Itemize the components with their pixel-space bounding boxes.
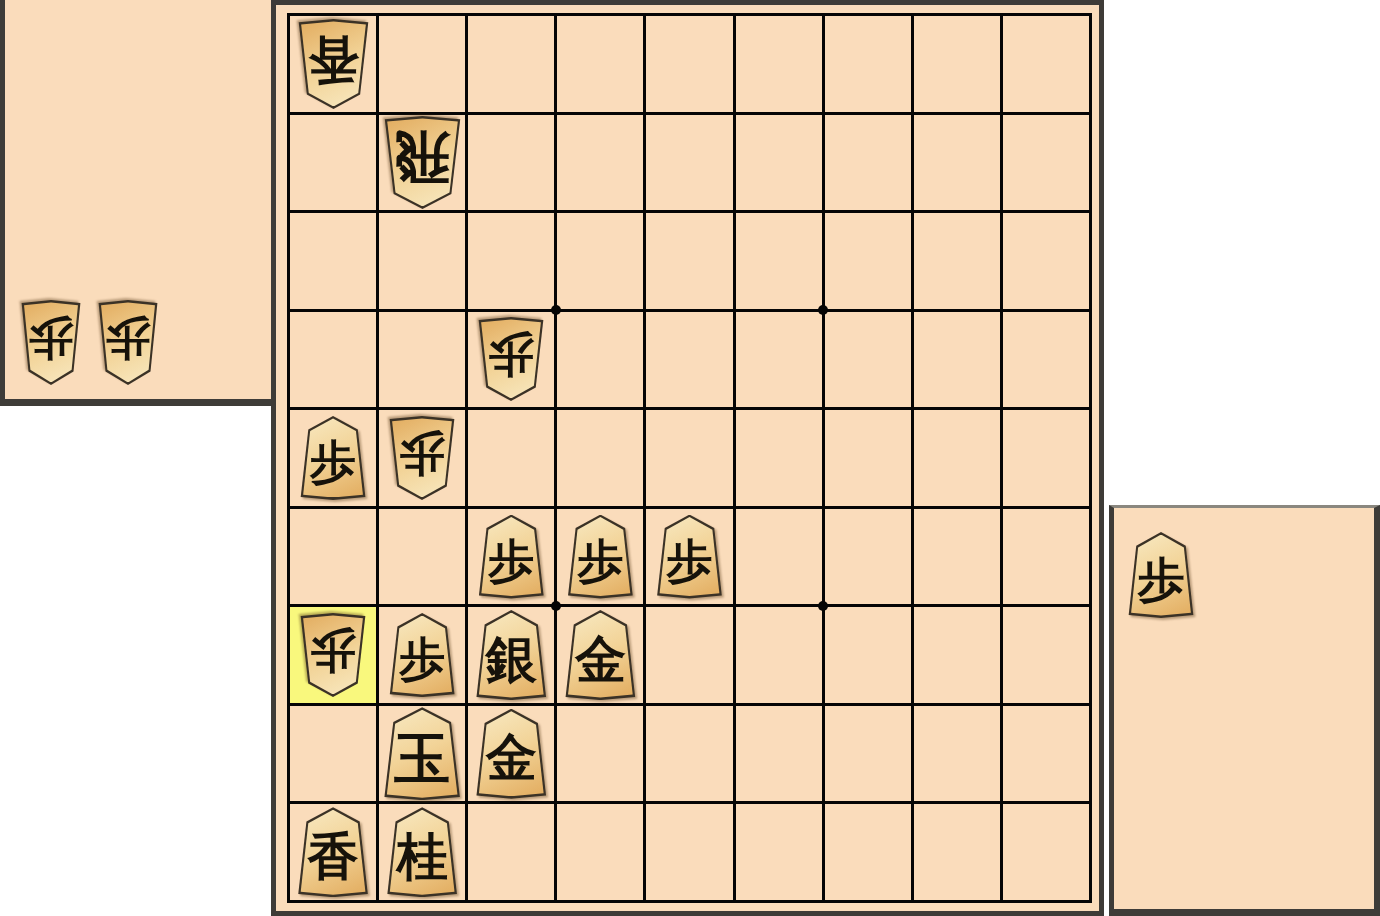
piece-body: 銀 <box>476 610 547 700</box>
piece-body: 桂 <box>387 807 458 897</box>
gote-rook-piece[interactable]: 飛 <box>384 116 461 209</box>
gote-pawn-piece[interactable]: 歩 <box>21 300 81 385</box>
square-6-1[interactable] <box>557 16 643 112</box>
square-9-6[interactable] <box>290 509 376 605</box>
gote-pawn-piece[interactable]: 歩 <box>300 613 366 697</box>
piece-kanji: 金 <box>486 723 537 784</box>
square-8-8[interactable]: 玉 <box>379 706 465 802</box>
square-4-3[interactable] <box>736 213 822 309</box>
square-7-6[interactable]: 歩 <box>468 509 554 605</box>
square-2-3[interactable] <box>914 213 1000 309</box>
piece-body: 飛 <box>384 116 461 209</box>
piece-kanji: 歩 <box>577 529 623 585</box>
sente-knight-piece[interactable]: 桂 <box>387 807 458 897</box>
square-7-9[interactable] <box>468 804 554 900</box>
square-8-9[interactable]: 桂 <box>379 804 465 900</box>
piece-body: 歩 <box>656 515 722 599</box>
square-8-7[interactable]: 歩 <box>379 607 465 703</box>
square-5-3[interactable] <box>646 213 732 309</box>
square-2-8[interactable] <box>914 706 1000 802</box>
square-2-5[interactable] <box>914 410 1000 506</box>
square-1-3[interactable] <box>1003 213 1089 309</box>
square-9-8[interactable] <box>290 706 376 802</box>
square-9-3[interactable] <box>290 213 376 309</box>
gote-pawn-piece[interactable]: 歩 <box>478 317 544 401</box>
piece-kanji: 玉 <box>394 721 450 787</box>
shogi-board-panel: 香飛歩歩歩歩歩歩歩歩銀金玉金香桂 <box>271 0 1104 916</box>
sente-pawn-piece[interactable]: 歩 <box>478 515 544 599</box>
square-4-4[interactable] <box>736 312 822 408</box>
gote-lance-piece[interactable]: 香 <box>298 19 369 109</box>
piece-kanji: 歩 <box>29 315 74 370</box>
square-9-2[interactable] <box>290 115 376 211</box>
sente-pawn-piece[interactable]: 歩 <box>389 613 455 697</box>
sente-pawn-piece[interactable]: 歩 <box>300 416 366 500</box>
gote-hand: 歩歩 <box>21 300 158 385</box>
square-6-2[interactable] <box>557 115 643 211</box>
square-4-1[interactable] <box>736 16 822 112</box>
piece-body: 歩 <box>478 317 544 401</box>
square-8-2[interactable]: 飛 <box>379 115 465 211</box>
square-2-7[interactable] <box>914 607 1000 703</box>
square-7-7[interactable]: 銀 <box>468 607 554 703</box>
star-point <box>551 601 561 611</box>
square-7-2[interactable] <box>468 115 554 211</box>
piece-kanji: 歩 <box>1138 547 1185 604</box>
piece-kanji: 歩 <box>310 430 356 486</box>
sente-pawn-piece[interactable]: 歩 <box>656 515 722 599</box>
square-3-7[interactable] <box>825 607 911 703</box>
square-1-6[interactable] <box>1003 509 1089 605</box>
star-point <box>818 305 828 315</box>
sente-gold-piece[interactable]: 金 <box>476 709 547 799</box>
square-9-1[interactable]: 香 <box>290 16 376 112</box>
square-5-6[interactable]: 歩 <box>646 509 732 605</box>
square-9-9[interactable]: 香 <box>290 804 376 900</box>
square-5-2[interactable] <box>646 115 732 211</box>
square-4-7[interactable] <box>736 607 822 703</box>
piece-kanji: 歩 <box>666 529 712 585</box>
square-7-1[interactable] <box>468 16 554 112</box>
sente-pawn-piece[interactable]: 歩 <box>567 515 633 599</box>
square-7-8[interactable]: 金 <box>468 706 554 802</box>
piece-kanji: 桂 <box>397 822 448 883</box>
piece-body: 歩 <box>300 416 366 500</box>
square-3-2[interactable] <box>825 115 911 211</box>
square-9-4[interactable] <box>290 312 376 408</box>
piece-body: 歩 <box>98 300 158 385</box>
shogi-board: 香飛歩歩歩歩歩歩歩歩銀金玉金香桂 <box>287 13 1092 903</box>
square-4-6[interactable] <box>736 509 822 605</box>
piece-body: 香 <box>298 19 369 109</box>
piece-kanji: 香 <box>308 822 359 883</box>
piece-kanji: 飛 <box>394 129 450 195</box>
square-3-1[interactable] <box>825 16 911 112</box>
square-5-1[interactable] <box>646 16 732 112</box>
square-3-9[interactable] <box>825 804 911 900</box>
square-9-5[interactable]: 歩 <box>290 410 376 506</box>
gote-pawn-piece[interactable]: 歩 <box>389 416 455 500</box>
square-7-5[interactable] <box>468 410 554 506</box>
square-1-8[interactable] <box>1003 706 1089 802</box>
piece-kanji: 歩 <box>488 529 534 585</box>
piece-kanji: 歩 <box>399 430 445 486</box>
square-6-3[interactable] <box>557 213 643 309</box>
square-6-8[interactable] <box>557 706 643 802</box>
piece-kanji: 歩 <box>488 331 534 387</box>
piece-body: 歩 <box>389 613 455 697</box>
square-8-6[interactable] <box>379 509 465 605</box>
square-1-4[interactable] <box>1003 312 1089 408</box>
gote-pawn-piece[interactable]: 歩 <box>98 300 158 385</box>
square-1-1[interactable] <box>1003 16 1089 112</box>
square-5-8[interactable] <box>646 706 732 802</box>
square-3-4[interactable] <box>825 312 911 408</box>
square-6-6[interactable]: 歩 <box>557 509 643 605</box>
sente-lance-piece[interactable]: 香 <box>298 807 369 897</box>
piece-kanji: 銀 <box>486 625 537 686</box>
square-8-3[interactable] <box>379 213 465 309</box>
square-6-7[interactable]: 金 <box>557 607 643 703</box>
square-2-2[interactable] <box>914 115 1000 211</box>
square-3-5[interactable] <box>825 410 911 506</box>
square-1-7[interactable] <box>1003 607 1089 703</box>
piece-kanji: 金 <box>575 625 626 686</box>
square-6-4[interactable] <box>557 312 643 408</box>
piece-body: 歩 <box>21 300 81 385</box>
sente-king-piece[interactable]: 玉 <box>384 707 461 800</box>
square-9-7[interactable]: 歩 <box>290 607 376 703</box>
piece-body: 香 <box>298 807 369 897</box>
square-8-4[interactable] <box>379 312 465 408</box>
piece-body: 歩 <box>567 515 633 599</box>
square-8-1[interactable] <box>379 16 465 112</box>
piece-body: 歩 <box>1128 532 1194 618</box>
square-2-9[interactable] <box>914 804 1000 900</box>
square-2-4[interactable] <box>914 312 1000 408</box>
star-point <box>818 601 828 611</box>
piece-body: 歩 <box>478 515 544 599</box>
square-1-5[interactable] <box>1003 410 1089 506</box>
square-3-6[interactable] <box>825 509 911 605</box>
sente-pawn-piece[interactable]: 歩 <box>1128 532 1194 618</box>
square-7-4[interactable]: 歩 <box>468 312 554 408</box>
square-3-3[interactable] <box>825 213 911 309</box>
piece-kanji: 歩 <box>399 627 445 683</box>
square-5-4[interactable] <box>646 312 732 408</box>
piece-body: 玉 <box>384 707 461 800</box>
square-2-6[interactable] <box>914 509 1000 605</box>
piece-kanji: 香 <box>308 33 359 94</box>
square-1-9[interactable] <box>1003 804 1089 900</box>
piece-kanji: 歩 <box>310 627 356 683</box>
piece-body: 歩 <box>389 416 455 500</box>
sente-gold-piece[interactable]: 金 <box>565 610 636 700</box>
square-4-5[interactable] <box>736 410 822 506</box>
piece-body: 金 <box>565 610 636 700</box>
square-1-2[interactable] <box>1003 115 1089 211</box>
square-3-8[interactable] <box>825 706 911 802</box>
square-2-1[interactable] <box>914 16 1000 112</box>
piece-body: 金 <box>476 709 547 799</box>
piece-body: 歩 <box>300 613 366 697</box>
square-4-9[interactable] <box>736 804 822 900</box>
square-4-8[interactable] <box>736 706 822 802</box>
piece-kanji: 歩 <box>106 315 151 370</box>
square-6-5[interactable] <box>557 410 643 506</box>
square-5-5[interactable] <box>646 410 732 506</box>
square-5-7[interactable] <box>646 607 732 703</box>
star-point <box>551 305 561 315</box>
sente-hand: 歩 <box>1128 532 1194 618</box>
square-5-9[interactable] <box>646 804 732 900</box>
square-6-9[interactable] <box>557 804 643 900</box>
square-7-3[interactable] <box>468 213 554 309</box>
gote-captured-pieces-tray: 歩歩 <box>0 0 271 406</box>
sente-silver-piece[interactable]: 銀 <box>476 610 547 700</box>
square-4-2[interactable] <box>736 115 822 211</box>
square-8-5[interactable]: 歩 <box>379 410 465 506</box>
sente-captured-pieces-tray: 歩 <box>1109 505 1380 916</box>
